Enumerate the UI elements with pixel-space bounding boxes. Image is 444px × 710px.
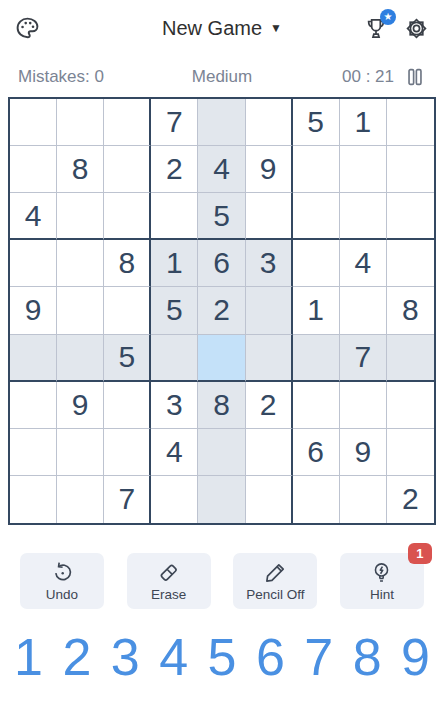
status-bar: Mistakes: 0 Medium 00 : 21 <box>0 56 444 97</box>
numpad-6[interactable]: 6 <box>256 631 285 683</box>
numpad-3[interactable]: 3 <box>111 631 140 683</box>
cell-r4c6[interactable]: 3 <box>246 240 293 287</box>
chevron-down-icon: ▼ <box>270 21 282 35</box>
settings-gear-icon[interactable] <box>403 15 430 42</box>
cell-r8c8[interactable]: 9 <box>340 429 387 476</box>
undo-icon <box>50 560 75 585</box>
cell-r5c9[interactable]: 8 <box>387 287 434 334</box>
new-game-dropdown[interactable]: New Game ▼ <box>104 17 340 40</box>
timer: 00 : 21 <box>342 67 394 87</box>
cell-r7c1[interactable] <box>10 382 57 429</box>
cell-r2c6[interactable]: 9 <box>246 146 293 193</box>
cell-r7c5[interactable]: 8 <box>198 382 245 429</box>
cell-r9c4[interactable] <box>151 476 198 523</box>
cell-r9c9[interactable]: 2 <box>387 476 434 523</box>
cell-r1c9[interactable] <box>387 99 434 146</box>
cell-r8c9[interactable] <box>387 429 434 476</box>
cell-r7c2[interactable]: 9 <box>57 382 104 429</box>
cell-r4c4[interactable]: 1 <box>151 240 198 287</box>
cell-r7c3[interactable] <box>104 382 151 429</box>
toolbar: Undo Erase Pencil Off Hint 1 <box>0 553 444 609</box>
numpad-7[interactable]: 7 <box>304 631 333 683</box>
cell-r4c8[interactable]: 4 <box>340 240 387 287</box>
cell-r6c7[interactable] <box>293 335 340 382</box>
cell-r5c6[interactable] <box>246 287 293 334</box>
cell-r6c1[interactable] <box>10 335 57 382</box>
cell-r7c9[interactable] <box>387 382 434 429</box>
number-pad: 123456789 <box>0 631 444 683</box>
cell-r8c7[interactable]: 6 <box>293 429 340 476</box>
cell-r1c3[interactable] <box>104 99 151 146</box>
cell-r1c5[interactable] <box>198 99 245 146</box>
cell-r6c5[interactable] <box>198 335 245 382</box>
undo-label: Undo <box>46 587 78 602</box>
cell-r9c1[interactable] <box>10 476 57 523</box>
palette-icon[interactable] <box>14 15 41 42</box>
cell-r3c3[interactable] <box>104 193 151 240</box>
cell-r4c1[interactable] <box>10 240 57 287</box>
cell-r3c6[interactable] <box>246 193 293 240</box>
cell-r9c3[interactable]: 7 <box>104 476 151 523</box>
cell-r8c4[interactable]: 4 <box>151 429 198 476</box>
cell-r9c5[interactable] <box>198 476 245 523</box>
trophy-icon[interactable]: ★ <box>363 15 389 41</box>
cell-r8c6[interactable] <box>246 429 293 476</box>
cell-r6c6[interactable] <box>246 335 293 382</box>
mistakes-counter: Mistakes: 0 <box>18 67 148 87</box>
cell-r6c8[interactable]: 7 <box>340 335 387 382</box>
cell-r3c1[interactable]: 4 <box>10 193 57 240</box>
cell-r2c1[interactable] <box>10 146 57 193</box>
cell-r3c7[interactable] <box>293 193 340 240</box>
cell-r3c8[interactable] <box>340 193 387 240</box>
cell-r5c3[interactable] <box>104 287 151 334</box>
cell-r8c1[interactable] <box>10 429 57 476</box>
cell-r6c4[interactable] <box>151 335 198 382</box>
cell-r5c4[interactable]: 5 <box>151 287 198 334</box>
difficulty-label: Medium <box>148 67 296 87</box>
cell-r2c2[interactable]: 8 <box>57 146 104 193</box>
numpad-2[interactable]: 2 <box>62 631 91 683</box>
cell-r7c4[interactable]: 3 <box>151 382 198 429</box>
cell-r1c4[interactable]: 7 <box>151 99 198 146</box>
cell-r2c8[interactable] <box>340 146 387 193</box>
cell-r8c5[interactable] <box>198 429 245 476</box>
cell-r5c8[interactable] <box>340 287 387 334</box>
top-bar: New Game ▼ ★ <box>0 0 444 56</box>
erase-button[interactable]: Erase <box>127 553 211 609</box>
erase-label: Erase <box>151 587 186 602</box>
cell-r1c7[interactable]: 5 <box>293 99 340 146</box>
sudoku-board: 751824945816349521857938246972 <box>8 97 436 525</box>
cell-r7c6[interactable]: 2 <box>246 382 293 429</box>
cell-r1c2[interactable] <box>57 99 104 146</box>
cell-r5c7[interactable]: 1 <box>293 287 340 334</box>
cell-r3c2[interactable] <box>57 193 104 240</box>
undo-button[interactable]: Undo <box>20 553 104 609</box>
cell-r6c3[interactable]: 5 <box>104 335 151 382</box>
cell-r9c6[interactable] <box>246 476 293 523</box>
cell-r2c3[interactable] <box>104 146 151 193</box>
cell-r4c5[interactable]: 6 <box>198 240 245 287</box>
cell-r4c7[interactable] <box>293 240 340 287</box>
numpad-5[interactable]: 5 <box>208 631 237 683</box>
cell-r4c9[interactable] <box>387 240 434 287</box>
cell-r9c2[interactable] <box>57 476 104 523</box>
hint-badge: 1 <box>408 543 432 564</box>
numpad-9[interactable]: 9 <box>401 631 430 683</box>
cell-r3c9[interactable] <box>387 193 434 240</box>
cell-r3c5[interactable]: 5 <box>198 193 245 240</box>
cell-r6c2[interactable] <box>57 335 104 382</box>
page-title: New Game <box>162 17 262 40</box>
cell-r5c2[interactable] <box>57 287 104 334</box>
cell-r8c3[interactable] <box>104 429 151 476</box>
numpad-1[interactable]: 1 <box>14 631 43 683</box>
cell-r1c8[interactable]: 1 <box>340 99 387 146</box>
hint-bulb-icon <box>369 560 394 585</box>
cell-r9c8[interactable] <box>340 476 387 523</box>
cell-r5c1[interactable]: 9 <box>10 287 57 334</box>
cell-r7c8[interactable] <box>340 382 387 429</box>
cell-r4c2[interactable] <box>57 240 104 287</box>
hint-button[interactable]: Hint 1 <box>340 553 424 609</box>
cell-r1c1[interactable] <box>10 99 57 146</box>
cell-r2c7[interactable] <box>293 146 340 193</box>
pause-icon[interactable] <box>404 66 426 88</box>
eraser-icon <box>156 560 181 585</box>
cell-r3c4[interactable] <box>151 193 198 240</box>
hint-label: Hint <box>370 587 394 602</box>
cell-r9c7[interactable] <box>293 476 340 523</box>
pencil-icon <box>263 560 288 585</box>
cell-r4c3[interactable]: 8 <box>104 240 151 287</box>
cell-r1c6[interactable] <box>246 99 293 146</box>
cell-r6c9[interactable] <box>387 335 434 382</box>
cell-r2c9[interactable] <box>387 146 434 193</box>
pencil-label: Pencil Off <box>246 587 304 602</box>
cell-r5c5[interactable]: 2 <box>198 287 245 334</box>
numpad-4[interactable]: 4 <box>159 631 188 683</box>
cell-r2c5[interactable]: 4 <box>198 146 245 193</box>
trophy-star-badge: ★ <box>380 9 396 25</box>
cell-r7c7[interactable] <box>293 382 340 429</box>
pencil-button[interactable]: Pencil Off <box>233 553 317 609</box>
cell-r2c4[interactable]: 2 <box>151 146 198 193</box>
numpad-8[interactable]: 8 <box>353 631 382 683</box>
cell-r8c2[interactable] <box>57 429 104 476</box>
